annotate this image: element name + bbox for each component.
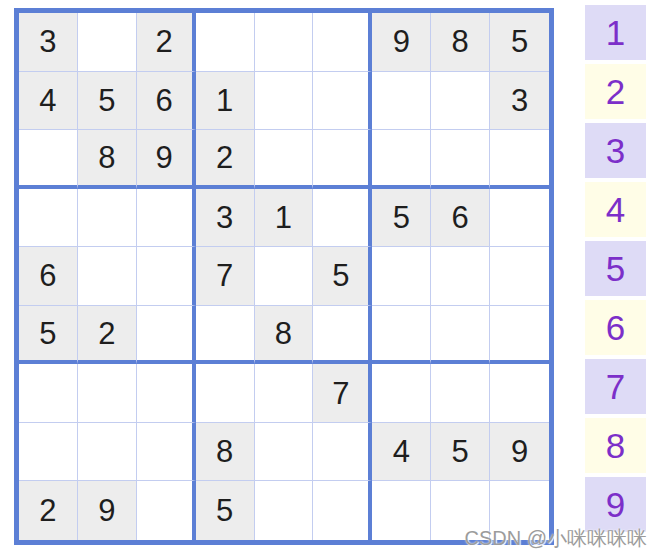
sudoku-cell-r5c9[interactable] (490, 247, 549, 306)
sudoku-cell-r1c9[interactable]: 5 (490, 13, 549, 72)
sudoku-cell-r5c4[interactable]: 7 (196, 247, 255, 306)
sudoku-cell-r3c2[interactable]: 8 (78, 130, 137, 189)
sudoku-cell-r7c9[interactable] (490, 364, 549, 423)
row-label-column: 123456789 (585, 5, 646, 536)
sudoku-cell-r7c3[interactable] (137, 364, 196, 423)
row-label-8: 8 (585, 418, 646, 473)
sudoku-cell-r5c7[interactable] (372, 247, 431, 306)
sudoku-cell-r1c3[interactable]: 2 (137, 13, 196, 72)
sudoku-cell-r5c5[interactable] (255, 247, 314, 306)
row-label-6: 6 (585, 300, 646, 355)
sudoku-cell-r9c3[interactable] (137, 481, 196, 540)
sudoku-cell-r5c1[interactable]: 6 (19, 247, 78, 306)
sudoku-cell-r5c8[interactable] (431, 247, 490, 306)
sudoku-cell-r3c9[interactable] (490, 130, 549, 189)
row-label-2: 2 (585, 64, 646, 119)
sudoku-cell-r7c1[interactable] (19, 364, 78, 423)
sudoku-cell-r9c6[interactable] (313, 481, 372, 540)
sudoku-cell-r2c9[interactable]: 3 (490, 72, 549, 131)
sudoku-cell-r4c8[interactable]: 6 (431, 189, 490, 248)
sudoku-cell-r7c2[interactable] (78, 364, 137, 423)
sudoku-cell-r8c2[interactable] (78, 423, 137, 482)
sudoku-cell-r9c2[interactable]: 9 (78, 481, 137, 540)
sudoku-cell-r3c6[interactable] (313, 130, 372, 189)
sudoku-cell-r6c2[interactable]: 2 (78, 306, 137, 365)
sudoku-cell-r6c9[interactable] (490, 306, 549, 365)
sudoku-cell-r7c7[interactable] (372, 364, 431, 423)
sudoku-cell-r5c6[interactable]: 5 (313, 247, 372, 306)
sudoku-cell-r4c6[interactable] (313, 189, 372, 248)
sudoku-cell-r8c9[interactable]: 9 (490, 423, 549, 482)
sudoku-cell-r1c4[interactable] (196, 13, 255, 72)
sudoku-cell-r9c1[interactable]: 2 (19, 481, 78, 540)
sudoku-cell-r8c3[interactable] (137, 423, 196, 482)
sudoku-cell-r2c6[interactable] (313, 72, 372, 131)
sudoku-cell-r8c7[interactable]: 4 (372, 423, 431, 482)
sudoku-cell-r4c4[interactable]: 3 (196, 189, 255, 248)
sudoku-cell-r1c5[interactable] (255, 13, 314, 72)
row-label-3: 3 (585, 123, 646, 178)
page: 3298545613892315667552878459295 12345678… (0, 0, 654, 557)
sudoku-cell-r3c3[interactable]: 9 (137, 130, 196, 189)
sudoku-cell-r6c1[interactable]: 5 (19, 306, 78, 365)
sudoku-cell-r4c2[interactable] (78, 189, 137, 248)
sudoku-cell-r4c5[interactable]: 1 (255, 189, 314, 248)
sudoku-cell-r2c5[interactable] (255, 72, 314, 131)
sudoku-cell-r5c3[interactable] (137, 247, 196, 306)
sudoku-cell-r6c4[interactable] (196, 306, 255, 365)
row-label-1: 1 (585, 5, 646, 60)
sudoku-cell-r3c7[interactable] (372, 130, 431, 189)
sudoku-cell-r3c1[interactable] (19, 130, 78, 189)
sudoku-cell-r9c4[interactable]: 5 (196, 481, 255, 540)
sudoku-cell-r6c7[interactable] (372, 306, 431, 365)
sudoku-cell-r6c5[interactable]: 8 (255, 306, 314, 365)
watermark: CSDN @小咪咪咪咪 (464, 525, 647, 552)
row-label-7: 7 (585, 359, 646, 414)
sudoku-cell-r8c5[interactable] (255, 423, 314, 482)
sudoku-cell-r2c7[interactable] (372, 72, 431, 131)
sudoku-cell-r1c2[interactable] (78, 13, 137, 72)
sudoku-cell-r3c5[interactable] (255, 130, 314, 189)
sudoku-cell-r4c1[interactable] (19, 189, 78, 248)
sudoku-cell-r4c7[interactable]: 5 (372, 189, 431, 248)
sudoku-cell-r7c5[interactable] (255, 364, 314, 423)
row-label-4: 4 (585, 182, 646, 237)
sudoku-cell-r8c4[interactable]: 8 (196, 423, 255, 482)
sudoku-cell-r7c4[interactable] (196, 364, 255, 423)
sudoku-cell-r8c1[interactable] (19, 423, 78, 482)
sudoku-cell-r2c8[interactable] (431, 72, 490, 131)
sudoku-cell-r6c6[interactable] (313, 306, 372, 365)
sudoku-board: 3298545613892315667552878459295 (14, 8, 554, 545)
sudoku-cell-r1c8[interactable]: 8 (431, 13, 490, 72)
row-label-5: 5 (585, 241, 646, 296)
row-label-9: 9 (585, 477, 646, 532)
sudoku-cell-r8c6[interactable] (313, 423, 372, 482)
sudoku-cell-r1c1[interactable]: 3 (19, 13, 78, 72)
sudoku-cell-r6c8[interactable] (431, 306, 490, 365)
sudoku-cell-r9c7[interactable] (372, 481, 431, 540)
sudoku-cell-r1c6[interactable] (313, 13, 372, 72)
sudoku-cell-r6c3[interactable] (137, 306, 196, 365)
sudoku-cell-r9c5[interactable] (255, 481, 314, 540)
sudoku-cell-r3c8[interactable] (431, 130, 490, 189)
sudoku-cell-r2c4[interactable]: 1 (196, 72, 255, 131)
sudoku-cell-r7c6[interactable]: 7 (313, 364, 372, 423)
sudoku-cell-r7c8[interactable] (431, 364, 490, 423)
sudoku-cell-r4c3[interactable] (137, 189, 196, 248)
sudoku-cell-r5c2[interactable] (78, 247, 137, 306)
sudoku-cell-r8c8[interactable]: 5 (431, 423, 490, 482)
sudoku-cell-r2c2[interactable]: 5 (78, 72, 137, 131)
sudoku-cell-r1c7[interactable]: 9 (372, 13, 431, 72)
sudoku-cell-r2c1[interactable]: 4 (19, 72, 78, 131)
sudoku-cell-r4c9[interactable] (490, 189, 549, 248)
sudoku-cell-r3c4[interactable]: 2 (196, 130, 255, 189)
sudoku-cell-r2c3[interactable]: 6 (137, 72, 196, 131)
